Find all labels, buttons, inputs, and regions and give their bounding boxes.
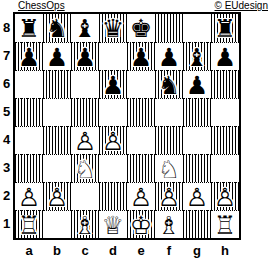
black-queen[interactable]: ♛ (99, 14, 127, 42)
rank-label-2: 2 (0, 182, 13, 210)
square-g6[interactable]: ♟ (183, 70, 211, 98)
piece-outline-layer: ♘ (155, 155, 183, 182)
piece-glyph: ♝ (71, 14, 99, 42)
white-bishop[interactable]: ♝♗ (71, 211, 99, 238)
white-pawn[interactable]: ♟♙ (15, 183, 43, 210)
piece-outline-layer: ♗ (155, 211, 183, 238)
black-pawn[interactable]: ♟ (183, 71, 211, 98)
square-d7[interactable] (99, 42, 127, 70)
square-e2[interactable]: ♟♙ (127, 182, 155, 210)
credit-link[interactable]: © EUdesign (214, 0, 268, 12)
piece-outline-layer: ♙ (43, 183, 71, 210)
square-h4[interactable] (211, 126, 239, 154)
white-pawn[interactable]: ♟♙ (71, 127, 99, 154)
square-d3[interactable] (99, 154, 127, 182)
header: ChessOps © EUdesign (0, 0, 270, 12)
piece-glyph: ♚ (127, 14, 155, 42)
black-pawn[interactable]: ♟ (71, 43, 99, 70)
white-rook[interactable]: ♜♖ (211, 211, 239, 238)
piece-glyph: ♟ (15, 43, 43, 70)
chess-board-assembly: 87654321 ♜♞♝♛♚♜♟♟♟♟♟♝♟♟♞♟♟♙♟♙♞♘♞♘♟♙♟♙♟♙♟… (0, 12, 241, 258)
black-bishop[interactable]: ♝ (183, 43, 211, 70)
square-f8[interactable] (155, 14, 183, 42)
square-f4[interactable] (155, 126, 183, 154)
black-pawn[interactable]: ♟ (15, 43, 43, 70)
file-label-a: a (15, 243, 43, 258)
square-f1[interactable]: ♝♗ (155, 210, 183, 238)
piece-outline-layer: ♙ (211, 183, 239, 210)
square-b8[interactable]: ♞ (43, 14, 71, 42)
square-a4[interactable] (15, 126, 43, 154)
white-pawn[interactable]: ♟♙ (183, 183, 211, 210)
square-a2[interactable]: ♟♙ (15, 182, 43, 210)
square-h7[interactable]: ♟ (211, 42, 239, 70)
square-b7[interactable]: ♟ (43, 42, 71, 70)
square-h3[interactable] (211, 154, 239, 182)
piece-outline-layer: ♙ (71, 127, 99, 154)
piece-glyph: ♞ (155, 71, 183, 98)
black-pawn[interactable]: ♟ (155, 43, 183, 70)
white-pawn[interactable]: ♟♙ (43, 183, 71, 210)
black-rook[interactable]: ♜ (211, 14, 239, 42)
piece-glyph: ♜ (211, 14, 239, 42)
black-bishop[interactable]: ♝ (71, 14, 99, 42)
black-pawn[interactable]: ♟ (99, 71, 127, 98)
square-b4[interactable] (43, 126, 71, 154)
rank-label-6: 6 (0, 70, 13, 98)
rank-labels: 87654321 (0, 12, 13, 240)
square-c1[interactable]: ♝♗ (71, 210, 99, 238)
black-pawn[interactable]: ♟ (43, 43, 71, 70)
piece-outline-layer: ♕ (99, 211, 127, 238)
white-queen[interactable]: ♛♕ (99, 211, 127, 238)
app-title-link[interactable]: ChessOps (18, 0, 65, 12)
square-e7[interactable]: ♟ (127, 42, 155, 70)
white-knight[interactable]: ♞♘ (155, 155, 183, 182)
piece-outline-layer: ♗ (71, 211, 99, 238)
square-c2[interactable] (71, 182, 99, 210)
square-c5[interactable] (71, 98, 99, 126)
black-rook[interactable]: ♜ (15, 14, 43, 42)
piece-glyph: ♛ (99, 14, 127, 42)
piece-glyph: ♟ (211, 43, 239, 70)
square-f7[interactable]: ♟ (155, 42, 183, 70)
square-a7[interactable]: ♟ (15, 42, 43, 70)
file-label-c: c (71, 243, 99, 258)
square-g7[interactable]: ♝ (183, 42, 211, 70)
rank-label-4: 4 (0, 126, 13, 154)
file-label-f: f (155, 243, 183, 258)
square-g2[interactable]: ♟♙ (183, 182, 211, 210)
square-h2[interactable]: ♟♙ (211, 182, 239, 210)
square-b6[interactable] (43, 70, 71, 98)
square-h6[interactable] (211, 70, 239, 98)
square-d1[interactable]: ♛♕ (99, 210, 127, 238)
white-rook[interactable]: ♜♖ (15, 211, 43, 238)
square-a3[interactable] (15, 154, 43, 182)
piece-glyph: ♟ (183, 71, 211, 98)
piece-glyph: ♝ (183, 43, 211, 70)
black-knight[interactable]: ♞ (155, 71, 183, 98)
chess-board: ♜♞♝♛♚♜♟♟♟♟♟♝♟♟♞♟♟♙♟♙♞♘♞♘♟♙♟♙♟♙♟♙♟♙♟♙♜♖♝♗… (13, 12, 241, 240)
white-knight[interactable]: ♞♘ (71, 155, 99, 182)
white-pawn[interactable]: ♟♙ (99, 127, 127, 154)
black-pawn[interactable]: ♟ (127, 43, 155, 70)
rank-label-8: 8 (0, 14, 13, 42)
square-a5[interactable] (15, 98, 43, 126)
square-c6[interactable] (71, 70, 99, 98)
white-bishop[interactable]: ♝♗ (155, 211, 183, 238)
square-f6[interactable]: ♞ (155, 70, 183, 98)
square-d4[interactable]: ♟♙ (99, 126, 127, 154)
square-c7[interactable]: ♟ (71, 42, 99, 70)
square-g8[interactable] (183, 14, 211, 42)
square-c4[interactable]: ♟♙ (71, 126, 99, 154)
rank-label-3: 3 (0, 154, 13, 182)
rank-label-1: 1 (0, 210, 13, 238)
square-e1[interactable]: ♚♔ (127, 210, 155, 238)
white-king[interactable]: ♚♔ (127, 211, 155, 238)
square-f3[interactable]: ♞♘ (155, 154, 183, 182)
square-a1[interactable]: ♜♖ (15, 210, 43, 238)
white-pawn[interactable]: ♟♙ (211, 183, 239, 210)
square-a8[interactable]: ♜ (15, 14, 43, 42)
piece-outline-layer: ♙ (127, 183, 155, 210)
piece-glyph: ♟ (155, 43, 183, 70)
black-pawn[interactable]: ♟ (211, 43, 239, 70)
file-label-g: g (183, 243, 211, 258)
square-g3[interactable] (183, 154, 211, 182)
piece-outline-layer: ♘ (71, 155, 99, 182)
piece-outline-layer: ♖ (211, 211, 239, 238)
rank-label-5: 5 (0, 98, 13, 126)
rank-label-7: 7 (0, 42, 13, 70)
square-e4[interactable] (127, 126, 155, 154)
square-h8[interactable]: ♜ (211, 14, 239, 42)
square-h5[interactable] (211, 98, 239, 126)
square-f2[interactable]: ♟♙ (155, 182, 183, 210)
square-c3[interactable]: ♞♘ (71, 154, 99, 182)
file-labels: abcdefgh (15, 243, 241, 258)
piece-outline-layer: ♙ (99, 127, 127, 154)
square-a6[interactable] (15, 70, 43, 98)
file-label-h: h (211, 243, 239, 258)
black-king[interactable]: ♚ (127, 14, 155, 42)
square-b2[interactable]: ♟♙ (43, 182, 71, 210)
square-e5[interactable] (127, 98, 155, 126)
square-b3[interactable] (43, 154, 71, 182)
file-label-b: b (43, 243, 71, 258)
piece-glyph: ♟ (43, 43, 71, 70)
piece-outline-layer: ♙ (183, 183, 211, 210)
square-d2[interactable] (99, 182, 127, 210)
square-h1[interactable]: ♜♖ (211, 210, 239, 238)
piece-glyph: ♟ (99, 71, 127, 98)
black-knight[interactable]: ♞ (43, 14, 71, 42)
square-g5[interactable] (183, 98, 211, 126)
square-e3[interactable] (127, 154, 155, 182)
file-label-e: e (127, 243, 155, 258)
piece-glyph: ♞ (43, 14, 71, 42)
square-d8[interactable]: ♛ (99, 14, 127, 42)
square-f5[interactable] (155, 98, 183, 126)
square-b1[interactable] (43, 210, 71, 238)
square-g4[interactable] (183, 126, 211, 154)
file-label-d: d (99, 243, 127, 258)
piece-outline-layer: ♙ (155, 183, 183, 210)
piece-outline-layer: ♔ (127, 211, 155, 238)
square-e8[interactable]: ♚ (127, 14, 155, 42)
square-c8[interactable]: ♝ (71, 14, 99, 42)
white-pawn[interactable]: ♟♙ (155, 183, 183, 210)
piece-outline-layer: ♙ (15, 183, 43, 210)
square-g1[interactable] (183, 210, 211, 238)
square-e6[interactable] (127, 70, 155, 98)
square-d5[interactable] (99, 98, 127, 126)
white-pawn[interactable]: ♟♙ (127, 183, 155, 210)
piece-glyph: ♟ (71, 43, 99, 70)
piece-glyph: ♜ (15, 14, 43, 42)
piece-glyph: ♟ (127, 43, 155, 70)
square-d6[interactable]: ♟ (99, 70, 127, 98)
piece-outline-layer: ♖ (15, 211, 43, 238)
square-b5[interactable] (43, 98, 71, 126)
